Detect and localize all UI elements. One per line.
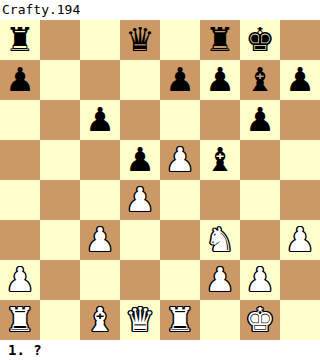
square-c5[interactable] [80,140,120,180]
square-b6[interactable] [40,100,80,140]
square-h1[interactable] [280,300,320,340]
square-f8[interactable]: ♜ [200,20,240,60]
square-c7[interactable] [80,60,120,100]
square-c4[interactable] [80,180,120,220]
square-h5[interactable] [280,140,320,180]
square-h3[interactable]: ♟ [280,220,320,260]
piece-white-pawn: ♟ [120,180,160,220]
piece-black-rook: ♜ [200,20,240,60]
piece-white-pawn: ♟ [280,220,320,260]
square-e4[interactable] [160,180,200,220]
piece-black-pawn: ♟ [200,60,240,100]
piece-black-rook: ♜ [0,20,40,60]
square-b5[interactable] [40,140,80,180]
square-g7[interactable]: ♝ [240,60,280,100]
square-c6[interactable]: ♟ [80,100,120,140]
square-e6[interactable] [160,100,200,140]
square-a4[interactable] [0,180,40,220]
square-f6[interactable] [200,100,240,140]
square-f5[interactable]: ♝ [200,140,240,180]
square-g4[interactable] [240,180,280,220]
square-d3[interactable] [120,220,160,260]
square-c8[interactable] [80,20,120,60]
piece-white-king: ♚ [240,300,280,340]
square-a8[interactable]: ♜ [0,20,40,60]
square-h2[interactable] [280,260,320,300]
square-a6[interactable] [0,100,40,140]
square-a7[interactable]: ♟ [0,60,40,100]
square-a5[interactable] [0,140,40,180]
piece-black-queen: ♛ [120,20,160,60]
square-c1[interactable]: ♝ [80,300,120,340]
square-b8[interactable] [40,20,80,60]
square-f7[interactable]: ♟ [200,60,240,100]
square-b2[interactable] [40,260,80,300]
piece-black-pawn: ♟ [240,100,280,140]
square-d7[interactable] [120,60,160,100]
piece-white-rook: ♜ [160,300,200,340]
square-h4[interactable] [280,180,320,220]
square-h8[interactable] [280,20,320,60]
piece-black-bishop: ♝ [200,140,240,180]
piece-white-pawn: ♟ [200,260,240,300]
square-g6[interactable]: ♟ [240,100,280,140]
square-e8[interactable] [160,20,200,60]
square-d5[interactable]: ♟ [120,140,160,180]
square-g2[interactable]: ♟ [240,260,280,300]
square-h7[interactable]: ♟ [280,60,320,100]
square-g1[interactable]: ♚ [240,300,280,340]
piece-black-pawn: ♟ [120,140,160,180]
square-f2[interactable]: ♟ [200,260,240,300]
piece-black-bishop: ♝ [240,60,280,100]
window-title: Crafty.194 [0,0,320,20]
square-e5[interactable]: ♟ [160,140,200,180]
piece-white-pawn: ♟ [240,260,280,300]
piece-white-pawn: ♟ [0,260,40,300]
square-d1[interactable]: ♛ [120,300,160,340]
piece-white-pawn: ♟ [160,140,200,180]
piece-black-king: ♚ [240,20,280,60]
piece-white-rook: ♜ [0,300,40,340]
square-d6[interactable] [120,100,160,140]
square-c3[interactable]: ♟ [80,220,120,260]
square-d2[interactable] [120,260,160,300]
square-f3[interactable]: ♞ [200,220,240,260]
piece-black-pawn: ♟ [80,100,120,140]
square-a1[interactable]: ♜ [0,300,40,340]
piece-white-queen: ♛ [120,300,160,340]
piece-black-pawn: ♟ [280,60,320,100]
square-e7[interactable]: ♟ [160,60,200,100]
square-c2[interactable] [80,260,120,300]
square-d8[interactable]: ♛ [120,20,160,60]
piece-white-bishop: ♝ [80,300,120,340]
square-e3[interactable] [160,220,200,260]
square-b1[interactable] [40,300,80,340]
square-g8[interactable]: ♚ [240,20,280,60]
square-e2[interactable] [160,260,200,300]
square-a3[interactable] [0,220,40,260]
move-prompt: 1. ? [0,340,320,360]
square-a2[interactable]: ♟ [0,260,40,300]
square-d4[interactable]: ♟ [120,180,160,220]
piece-black-pawn: ♟ [160,60,200,100]
square-b7[interactable] [40,60,80,100]
piece-white-knight: ♞ [200,220,240,260]
chess-board: ♜♛♜♚♟♟♟♝♟♟♟♟♟♝♟♟♞♟♟♟♟♜♝♛♜♚ [0,20,320,340]
square-g3[interactable] [240,220,280,260]
square-f4[interactable] [200,180,240,220]
square-b4[interactable] [40,180,80,220]
piece-black-pawn: ♟ [0,60,40,100]
piece-white-pawn: ♟ [80,220,120,260]
square-h6[interactable] [280,100,320,140]
square-g5[interactable] [240,140,280,180]
square-e1[interactable]: ♜ [160,300,200,340]
square-f1[interactable] [200,300,240,340]
square-b3[interactable] [40,220,80,260]
